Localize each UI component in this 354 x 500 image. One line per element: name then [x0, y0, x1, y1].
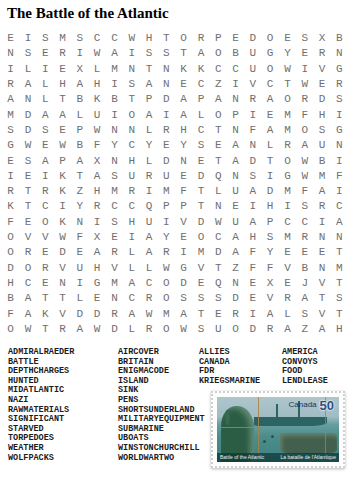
grid-cell-r4c20[interactable]: R: [331, 77, 348, 92]
grid-cell-r19c13[interactable]: E: [210, 306, 227, 321]
grid-cell-r12c4[interactable]: I: [54, 199, 71, 214]
grid-cell-r16c4[interactable]: V: [54, 261, 71, 276]
grid-cell-r1c3[interactable]: S: [37, 31, 54, 46]
grid-cell-r4c12[interactable]: C: [192, 77, 209, 92]
grid-cell-r4c7[interactable]: I: [106, 77, 123, 92]
grid-cell-r12c15[interactable]: I: [244, 199, 261, 214]
grid-cell-r7c3[interactable]: S: [37, 123, 54, 138]
grid-cell-r17c2[interactable]: C: [19, 276, 36, 291]
grid-cell-r11c9[interactable]: I: [140, 184, 157, 199]
grid-cell-r1c15[interactable]: D: [244, 31, 261, 46]
grid-cell-r5c17[interactable]: O: [279, 92, 296, 107]
grid-cell-r9c2[interactable]: S: [19, 153, 36, 168]
grid-cell-r18c3[interactable]: T: [37, 291, 54, 306]
grid-cell-r1c4[interactable]: M: [54, 31, 71, 46]
grid-cell-r14c18[interactable]: R: [296, 230, 313, 245]
grid-cell-r1c6[interactable]: C: [88, 31, 105, 46]
grid-cell-r20c4[interactable]: R: [54, 322, 71, 337]
grid-cell-r3c18[interactable]: I: [296, 62, 313, 77]
grid-cell-r17c10[interactable]: O: [158, 276, 175, 291]
grid-cell-r19c18[interactable]: S: [296, 306, 313, 321]
grid-cell-r5c9[interactable]: P: [140, 92, 157, 107]
grid-cell-r7c14[interactable]: N: [227, 123, 244, 138]
grid-cell-r7c2[interactable]: D: [19, 123, 36, 138]
grid-cell-r9c4[interactable]: P: [54, 153, 71, 168]
grid-cell-r3c15[interactable]: U: [244, 62, 261, 77]
grid-cell-r4c11[interactable]: E: [175, 77, 192, 92]
grid-cell-r3c20[interactable]: G: [331, 62, 348, 77]
grid-cell-r17c16[interactable]: X: [261, 276, 278, 291]
grid-cell-r5c19[interactable]: D: [313, 92, 330, 107]
grid-cell-r1c2[interactable]: I: [19, 31, 36, 46]
grid-cell-r7c19[interactable]: S: [313, 123, 330, 138]
grid-cell-r4c3[interactable]: L: [37, 77, 54, 92]
grid-cell-r8c10[interactable]: E: [158, 138, 175, 153]
grid-cell-r4c8[interactable]: S: [123, 77, 140, 92]
grid-cell-r9c18[interactable]: W: [296, 153, 313, 168]
grid-cell-r3c11[interactable]: K: [175, 62, 192, 77]
grid-cell-r13c13[interactable]: W: [210, 215, 227, 230]
grid-cell-r9c10[interactable]: D: [158, 153, 175, 168]
grid-cell-r3c9[interactable]: T: [140, 62, 157, 77]
grid-cell-r10c1[interactable]: I: [2, 169, 19, 184]
grid-cell-r1c18[interactable]: S: [296, 31, 313, 46]
grid-cell-r17c1[interactable]: H: [2, 276, 19, 291]
grid-cell-r8c3[interactable]: E: [37, 138, 54, 153]
grid-cell-r5c13[interactable]: A: [210, 92, 227, 107]
grid-cell-r19c1[interactable]: F: [2, 306, 19, 321]
grid-cell-r15c8[interactable]: L: [123, 245, 140, 260]
grid-cell-r19c9[interactable]: W: [140, 306, 157, 321]
grid-cell-r19c2[interactable]: A: [19, 306, 36, 321]
grid-cell-r13c16[interactable]: P: [261, 215, 278, 230]
grid-cell-r7c7[interactable]: N: [106, 123, 123, 138]
grid-cell-r14c9[interactable]: A: [140, 230, 157, 245]
grid-cell-r17c18[interactable]: J: [296, 276, 313, 291]
grid-cell-r2c20[interactable]: N: [331, 46, 348, 61]
grid-cell-r18c16[interactable]: V: [261, 291, 278, 306]
grid-cell-r4c10[interactable]: N: [158, 77, 175, 92]
grid-cell-r8c14[interactable]: A: [227, 138, 244, 153]
grid-cell-r8c5[interactable]: B: [71, 138, 88, 153]
grid-cell-r13c18[interactable]: C: [296, 215, 313, 230]
grid-cell-r3c19[interactable]: V: [313, 62, 330, 77]
grid-cell-r6c14[interactable]: P: [227, 108, 244, 123]
grid-cell-r20c20[interactable]: H: [331, 322, 348, 337]
grid-cell-r15c5[interactable]: E: [71, 245, 88, 260]
grid-cell-r8c15[interactable]: N: [244, 138, 261, 153]
grid-cell-r13c7[interactable]: S: [106, 215, 123, 230]
grid-cell-r6c4[interactable]: A: [54, 108, 71, 123]
grid-cell-r6c6[interactable]: U: [88, 108, 105, 123]
grid-cell-r17c8[interactable]: A: [123, 276, 140, 291]
grid-cell-r7c8[interactable]: N: [123, 123, 140, 138]
grid-cell-r18c18[interactable]: A: [296, 291, 313, 306]
grid-cell-r14c3[interactable]: V: [37, 230, 54, 245]
grid-cell-r15c12[interactable]: M: [192, 245, 209, 260]
grid-cell-r2c18[interactable]: E: [296, 46, 313, 61]
grid-cell-r19c17[interactable]: L: [279, 306, 296, 321]
grid-cell-r3c4[interactable]: E: [54, 62, 71, 77]
grid-cell-r7c17[interactable]: M: [279, 123, 296, 138]
grid-cell-r9c15[interactable]: D: [244, 153, 261, 168]
grid-cell-r20c2[interactable]: W: [19, 322, 36, 337]
grid-cell-r8c4[interactable]: W: [54, 138, 71, 153]
grid-cell-r10c4[interactable]: K: [54, 169, 71, 184]
grid-cell-r10c14[interactable]: N: [227, 169, 244, 184]
grid-cell-r20c1[interactable]: O: [2, 322, 19, 337]
grid-cell-r17c4[interactable]: N: [54, 276, 71, 291]
grid-cell-r18c19[interactable]: T: [313, 291, 330, 306]
grid-cell-r3c8[interactable]: N: [123, 62, 140, 77]
grid-cell-r15c9[interactable]: A: [140, 245, 157, 260]
grid-cell-r11c19[interactable]: A: [313, 184, 330, 199]
grid-cell-r10c6[interactable]: A: [88, 169, 105, 184]
grid-cell-r5c7[interactable]: B: [106, 92, 123, 107]
grid-cell-r17c17[interactable]: E: [279, 276, 296, 291]
grid-cell-r15c7[interactable]: R: [106, 245, 123, 260]
grid-cell-r8c18[interactable]: A: [296, 138, 313, 153]
grid-cell-r8c7[interactable]: Y: [106, 138, 123, 153]
grid-cell-r7c11[interactable]: H: [175, 123, 192, 138]
grid-cell-r4c5[interactable]: A: [71, 77, 88, 92]
grid-cell-r16c6[interactable]: H: [88, 261, 105, 276]
grid-cell-r8c13[interactable]: E: [210, 138, 227, 153]
grid-cell-r11c18[interactable]: F: [296, 184, 313, 199]
grid-cell-r1c9[interactable]: H: [140, 31, 157, 46]
grid-cell-r1c19[interactable]: X: [313, 31, 330, 46]
grid-cell-r20c11[interactable]: W: [175, 322, 192, 337]
grid-cell-r11c4[interactable]: K: [54, 184, 71, 199]
grid-cell-r5c8[interactable]: T: [123, 92, 140, 107]
grid-cell-r14c8[interactable]: I: [123, 230, 140, 245]
grid-cell-r19c19[interactable]: V: [313, 306, 330, 321]
grid-cell-r14c1[interactable]: O: [2, 230, 19, 245]
grid-cell-r13c6[interactable]: I: [88, 215, 105, 230]
grid-cell-r16c9[interactable]: L: [140, 261, 157, 276]
grid-cell-r14c6[interactable]: X: [88, 230, 105, 245]
grid-cell-r20c6[interactable]: W: [88, 322, 105, 337]
grid-cell-r11c6[interactable]: H: [88, 184, 105, 199]
grid-cell-r16c2[interactable]: O: [19, 261, 36, 276]
grid-cell-r19c7[interactable]: R: [106, 306, 123, 321]
grid-cell-r6c1[interactable]: M: [2, 108, 19, 123]
grid-cell-r19c4[interactable]: V: [54, 306, 71, 321]
grid-cell-r12c10[interactable]: P: [158, 199, 175, 214]
grid-cell-r11c20[interactable]: I: [331, 184, 348, 199]
grid-cell-r4c14[interactable]: I: [227, 77, 244, 92]
grid-cell-r8c1[interactable]: G: [2, 138, 19, 153]
grid-cell-r7c15[interactable]: F: [244, 123, 261, 138]
grid-cell-r6c8[interactable]: O: [123, 108, 140, 123]
grid-cell-r7c4[interactable]: E: [54, 123, 71, 138]
grid-cell-r14c2[interactable]: V: [19, 230, 36, 245]
grid-cell-r13c17[interactable]: C: [279, 215, 296, 230]
grid-cell-r19c3[interactable]: K: [37, 306, 54, 321]
grid-cell-r10c8[interactable]: U: [123, 169, 140, 184]
grid-cell-r10c19[interactable]: M: [313, 169, 330, 184]
grid-cell-r14c13[interactable]: C: [210, 230, 227, 245]
grid-cell-r18c5[interactable]: L: [71, 291, 88, 306]
grid-cell-r18c12[interactable]: S: [192, 291, 209, 306]
grid-cell-r6c2[interactable]: D: [19, 108, 36, 123]
grid-cell-r13c5[interactable]: N: [71, 215, 88, 230]
grid-cell-r15c15[interactable]: F: [244, 245, 261, 260]
grid-cell-r11c17[interactable]: M: [279, 184, 296, 199]
grid-cell-r14c20[interactable]: N: [331, 230, 348, 245]
grid-cell-r6c15[interactable]: I: [244, 108, 261, 123]
grid-cell-r16c17[interactable]: V: [279, 261, 296, 276]
grid-cell-r10c16[interactable]: I: [261, 169, 278, 184]
grid-cell-r10c18[interactable]: W: [296, 169, 313, 184]
grid-cell-r17c9[interactable]: C: [140, 276, 157, 291]
grid-cell-r1c20[interactable]: B: [331, 31, 348, 46]
grid-cell-r20c7[interactable]: D: [106, 322, 123, 337]
grid-cell-r20c5[interactable]: A: [71, 322, 88, 337]
grid-cell-r6c3[interactable]: A: [37, 108, 54, 123]
grid-cell-r20c14[interactable]: O: [227, 322, 244, 337]
grid-cell-r5c10[interactable]: D: [158, 92, 175, 107]
grid-cell-r2c6[interactable]: W: [88, 46, 105, 61]
grid-cell-r13c9[interactable]: U: [140, 215, 157, 230]
grid-cell-r7c5[interactable]: P: [71, 123, 88, 138]
grid-cell-r19c12[interactable]: T: [192, 306, 209, 321]
grid-cell-r18c7[interactable]: N: [106, 291, 123, 306]
grid-cell-r8c9[interactable]: Y: [140, 138, 157, 153]
grid-cell-r10c15[interactable]: S: [244, 169, 261, 184]
grid-cell-r14c10[interactable]: Y: [158, 230, 175, 245]
grid-cell-r14c7[interactable]: E: [106, 230, 123, 245]
grid-cell-r5c11[interactable]: A: [175, 92, 192, 107]
grid-cell-r4c6[interactable]: H: [88, 77, 105, 92]
grid-cell-r2c1[interactable]: N: [2, 46, 19, 61]
grid-cell-r7c9[interactable]: L: [140, 123, 157, 138]
grid-cell-r7c20[interactable]: G: [331, 123, 348, 138]
grid-cell-r16c11[interactable]: G: [175, 261, 192, 276]
grid-cell-r13c11[interactable]: V: [175, 215, 192, 230]
grid-cell-r11c13[interactable]: L: [210, 184, 227, 199]
grid-cell-r7c1[interactable]: S: [2, 123, 19, 138]
grid-cell-r15c18[interactable]: E: [296, 245, 313, 260]
grid-cell-r16c13[interactable]: T: [210, 261, 227, 276]
grid-cell-r4c13[interactable]: Z: [210, 77, 227, 92]
grid-cell-r12c14[interactable]: E: [227, 199, 244, 214]
grid-cell-r17c19[interactable]: V: [313, 276, 330, 291]
grid-cell-r2c13[interactable]: O: [210, 46, 227, 61]
grid-cell-r18c4[interactable]: T: [54, 291, 71, 306]
grid-cell-r9c5[interactable]: A: [71, 153, 88, 168]
grid-cell-r17c7[interactable]: M: [106, 276, 123, 291]
grid-cell-r11c14[interactable]: U: [227, 184, 244, 199]
grid-cell-r7c10[interactable]: R: [158, 123, 175, 138]
grid-cell-r1c7[interactable]: C: [106, 31, 123, 46]
grid-cell-r11c11[interactable]: F: [175, 184, 192, 199]
grid-cell-r1c5[interactable]: S: [71, 31, 88, 46]
grid-cell-r11c1[interactable]: R: [2, 184, 19, 199]
grid-cell-r10c2[interactable]: E: [19, 169, 36, 184]
grid-cell-r8c19[interactable]: U: [313, 138, 330, 153]
grid-cell-r13c19[interactable]: I: [313, 215, 330, 230]
grid-cell-r12c6[interactable]: R: [88, 199, 105, 214]
grid-cell-r10c17[interactable]: G: [279, 169, 296, 184]
grid-cell-r5c1[interactable]: A: [2, 92, 19, 107]
grid-cell-r3c17[interactable]: W: [279, 62, 296, 77]
grid-cell-r3c12[interactable]: K: [192, 62, 209, 77]
grid-cell-r16c5[interactable]: U: [71, 261, 88, 276]
grid-cell-r9c9[interactable]: L: [140, 153, 157, 168]
grid-cell-r15c20[interactable]: T: [331, 245, 348, 260]
grid-cell-r20c12[interactable]: S: [192, 322, 209, 337]
grid-cell-r1c14[interactable]: E: [227, 31, 244, 46]
grid-cell-r12c5[interactable]: Y: [71, 199, 88, 214]
grid-cell-r16c16[interactable]: F: [261, 261, 278, 276]
grid-cell-r9c16[interactable]: T: [261, 153, 278, 168]
grid-cell-r7c12[interactable]: C: [192, 123, 209, 138]
grid-cell-r11c5[interactable]: Z: [71, 184, 88, 199]
grid-cell-r17c11[interactable]: D: [175, 276, 192, 291]
grid-cell-r1c1[interactable]: E: [2, 31, 19, 46]
grid-cell-r8c6[interactable]: F: [88, 138, 105, 153]
grid-cell-r8c12[interactable]: S: [192, 138, 209, 153]
grid-cell-r10c13[interactable]: Q: [210, 169, 227, 184]
grid-cell-r13c15[interactable]: A: [244, 215, 261, 230]
grid-cell-r5c3[interactable]: L: [37, 92, 54, 107]
grid-cell-r9c20[interactable]: I: [331, 153, 348, 168]
grid-cell-r14c5[interactable]: F: [71, 230, 88, 245]
grid-cell-r20c13[interactable]: U: [210, 322, 227, 337]
grid-cell-r12c8[interactable]: C: [123, 199, 140, 214]
grid-cell-r20c19[interactable]: A: [313, 322, 330, 337]
grid-cell-r13c20[interactable]: A: [331, 215, 348, 230]
grid-cell-r1c12[interactable]: R: [192, 31, 209, 46]
grid-cell-r9c1[interactable]: E: [2, 153, 19, 168]
grid-cell-r17c20[interactable]: T: [331, 276, 348, 291]
grid-cell-r20c10[interactable]: O: [158, 322, 175, 337]
grid-cell-r9c11[interactable]: N: [175, 153, 192, 168]
grid-cell-r17c5[interactable]: I: [71, 276, 88, 291]
grid-cell-r10c10[interactable]: U: [158, 169, 175, 184]
grid-cell-r10c20[interactable]: F: [331, 169, 348, 184]
grid-cell-r19c14[interactable]: R: [227, 306, 244, 321]
grid-cell-r20c8[interactable]: L: [123, 322, 140, 337]
grid-cell-r5c15[interactable]: R: [244, 92, 261, 107]
grid-cell-r19c8[interactable]: A: [123, 306, 140, 321]
grid-cell-r9c13[interactable]: T: [210, 153, 227, 168]
grid-cell-r3c3[interactable]: I: [37, 62, 54, 77]
grid-cell-r13c10[interactable]: I: [158, 215, 175, 230]
grid-cell-r5c2[interactable]: N: [19, 92, 36, 107]
grid-cell-r10c11[interactable]: E: [175, 169, 192, 184]
grid-cell-r11c12[interactable]: T: [192, 184, 209, 199]
grid-cell-r14c16[interactable]: S: [261, 230, 278, 245]
grid-cell-r14c4[interactable]: W: [54, 230, 71, 245]
grid-cell-r1c13[interactable]: P: [210, 31, 227, 46]
grid-cell-r4c15[interactable]: V: [244, 77, 261, 92]
grid-cell-r4c16[interactable]: C: [261, 77, 278, 92]
grid-cell-r17c14[interactable]: N: [227, 276, 244, 291]
grid-cell-r7c13[interactable]: T: [210, 123, 227, 138]
grid-cell-r6c9[interactable]: A: [140, 108, 157, 123]
grid-cell-r18c17[interactable]: R: [279, 291, 296, 306]
grid-cell-r11c3[interactable]: R: [37, 184, 54, 199]
grid-cell-r6c12[interactable]: L: [192, 108, 209, 123]
grid-cell-r4c17[interactable]: T: [279, 77, 296, 92]
grid-cell-r4c9[interactable]: A: [140, 77, 157, 92]
grid-cell-r15c11[interactable]: I: [175, 245, 192, 260]
grid-cell-r6c16[interactable]: E: [261, 108, 278, 123]
grid-cell-r2c9[interactable]: S: [140, 46, 157, 61]
grid-cell-r14c17[interactable]: M: [279, 230, 296, 245]
grid-cell-r12c11[interactable]: P: [175, 199, 192, 214]
grid-cell-r6c11[interactable]: A: [175, 108, 192, 123]
grid-cell-r7c16[interactable]: A: [261, 123, 278, 138]
grid-cell-r16c3[interactable]: R: [37, 261, 54, 276]
grid-cell-r11c10[interactable]: M: [158, 184, 175, 199]
grid-cell-r13c3[interactable]: O: [37, 215, 54, 230]
grid-cell-r20c16[interactable]: R: [261, 322, 278, 337]
grid-cell-r18c15[interactable]: E: [244, 291, 261, 306]
grid-cell-r6c7[interactable]: I: [106, 108, 123, 123]
grid-cell-r9c12[interactable]: E: [192, 153, 209, 168]
grid-cell-r19c20[interactable]: T: [331, 306, 348, 321]
grid-cell-r4c19[interactable]: E: [313, 77, 330, 92]
grid-cell-r9c17[interactable]: O: [279, 153, 296, 168]
grid-cell-r11c16[interactable]: D: [261, 184, 278, 199]
grid-cell-r8c20[interactable]: N: [331, 138, 348, 153]
grid-cell-r6c13[interactable]: O: [210, 108, 227, 123]
grid-cell-r9c8[interactable]: H: [123, 153, 140, 168]
grid-cell-r16c7[interactable]: V: [106, 261, 123, 276]
grid-cell-r16c1[interactable]: D: [2, 261, 19, 276]
grid-cell-r5c16[interactable]: A: [261, 92, 278, 107]
grid-cell-r5c20[interactable]: S: [331, 92, 348, 107]
grid-cell-r5c14[interactable]: N: [227, 92, 244, 107]
grid-cell-r11c7[interactable]: M: [106, 184, 123, 199]
grid-cell-r16c18[interactable]: B: [296, 261, 313, 276]
grid-cell-r9c14[interactable]: A: [227, 153, 244, 168]
grid-cell-r3c10[interactable]: N: [158, 62, 175, 77]
grid-cell-r12c9[interactable]: Q: [140, 199, 157, 214]
grid-cell-r16c10[interactable]: W: [158, 261, 175, 276]
grid-cell-r5c5[interactable]: B: [71, 92, 88, 107]
grid-cell-r10c7[interactable]: S: [106, 169, 123, 184]
grid-cell-r16c8[interactable]: L: [123, 261, 140, 276]
grid-cell-r2c3[interactable]: E: [37, 46, 54, 61]
grid-cell-r12c1[interactable]: K: [2, 199, 19, 214]
grid-cell-r12c12[interactable]: T: [192, 199, 209, 214]
grid-cell-r1c17[interactable]: E: [279, 31, 296, 46]
grid-cell-r9c19[interactable]: B: [313, 153, 330, 168]
grid-cell-r8c11[interactable]: Y: [175, 138, 192, 153]
grid-cell-r2c17[interactable]: Y: [279, 46, 296, 61]
grid-cell-r10c3[interactable]: I: [37, 169, 54, 184]
grid-cell-r3c1[interactable]: I: [2, 62, 19, 77]
grid-cell-r16c20[interactable]: M: [331, 261, 348, 276]
grid-cell-r15c2[interactable]: R: [19, 245, 36, 260]
grid-cell-r3c16[interactable]: O: [261, 62, 278, 77]
grid-cell-r6c19[interactable]: H: [313, 108, 330, 123]
grid-cell-r19c16[interactable]: A: [261, 306, 278, 321]
grid-cell-r6c10[interactable]: I: [158, 108, 175, 123]
grid-cell-r4c18[interactable]: W: [296, 77, 313, 92]
grid-cell-r2c7[interactable]: A: [106, 46, 123, 61]
grid-cell-r17c15[interactable]: E: [244, 276, 261, 291]
grid-cell-r7c6[interactable]: W: [88, 123, 105, 138]
grid-cell-r20c15[interactable]: D: [244, 322, 261, 337]
grid-cell-r16c14[interactable]: Z: [227, 261, 244, 276]
grid-cell-r13c12[interactable]: D: [192, 215, 209, 230]
grid-cell-r10c12[interactable]: D: [192, 169, 209, 184]
